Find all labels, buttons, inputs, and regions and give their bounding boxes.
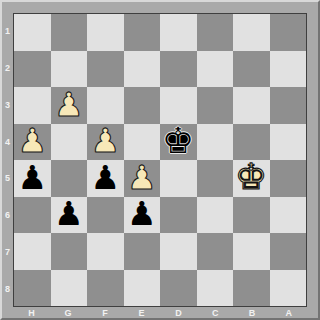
square-h3[interactable] <box>14 87 51 124</box>
board-frame: 12345678 ♟♟♟♚♟♟♟♚♟♟ HGFEDCBA <box>0 0 320 320</box>
rank-labels: 12345678 <box>2 13 13 307</box>
square-b3[interactable] <box>233 87 270 124</box>
square-f4[interactable]: ♟ <box>87 124 124 161</box>
rank-label-4: 4 <box>2 123 13 160</box>
square-d3[interactable] <box>160 87 197 124</box>
black-king[interactable]: ♚ <box>162 124 194 159</box>
square-a5[interactable] <box>270 160 307 197</box>
rank-label-7: 7 <box>2 234 13 271</box>
white-pawn[interactable]: ♟ <box>127 161 157 194</box>
file-label-e: E <box>123 307 160 318</box>
rank-label-1: 1 <box>2 13 13 50</box>
square-a1[interactable] <box>270 14 307 51</box>
square-b7[interactable] <box>233 233 270 270</box>
square-h5[interactable]: ♟ <box>14 160 51 197</box>
square-g7[interactable] <box>51 233 88 270</box>
black-pawn[interactable]: ♟ <box>54 197 84 230</box>
square-g3[interactable]: ♟ <box>51 87 88 124</box>
square-b1[interactable] <box>233 14 270 51</box>
square-h7[interactable] <box>14 233 51 270</box>
square-c6[interactable] <box>197 197 234 234</box>
square-e1[interactable] <box>124 14 161 51</box>
rank-label-6: 6 <box>2 197 13 234</box>
square-d8[interactable] <box>160 270 197 307</box>
square-b5[interactable]: ♚ <box>233 160 270 197</box>
square-e2[interactable] <box>124 51 161 88</box>
file-label-a: A <box>270 307 307 318</box>
square-e8[interactable] <box>124 270 161 307</box>
square-b2[interactable] <box>233 51 270 88</box>
square-g2[interactable] <box>51 51 88 88</box>
square-d1[interactable] <box>160 14 197 51</box>
file-label-h: H <box>13 307 50 318</box>
square-a4[interactable] <box>270 124 307 161</box>
square-e5[interactable]: ♟ <box>124 160 161 197</box>
rank-label-3: 3 <box>2 87 13 124</box>
square-d4[interactable]: ♚ <box>160 124 197 161</box>
square-g5[interactable] <box>51 160 88 197</box>
square-c1[interactable] <box>197 14 234 51</box>
square-h4[interactable]: ♟ <box>14 124 51 161</box>
rank-label-8: 8 <box>2 270 13 307</box>
square-c8[interactable] <box>197 270 234 307</box>
square-h8[interactable] <box>14 270 51 307</box>
square-f7[interactable] <box>87 233 124 270</box>
square-f5[interactable]: ♟ <box>87 160 124 197</box>
square-a8[interactable] <box>270 270 307 307</box>
square-c5[interactable] <box>197 160 234 197</box>
square-a6[interactable] <box>270 197 307 234</box>
square-f2[interactable] <box>87 51 124 88</box>
rank-label-5: 5 <box>2 160 13 197</box>
black-pawn[interactable]: ♟ <box>90 161 120 194</box>
white-king[interactable]: ♚ <box>235 160 267 195</box>
square-f8[interactable] <box>87 270 124 307</box>
black-pawn[interactable]: ♟ <box>127 197 157 230</box>
square-d2[interactable] <box>160 51 197 88</box>
square-a7[interactable] <box>270 233 307 270</box>
black-pawn[interactable]: ♟ <box>17 161 47 194</box>
square-d5[interactable] <box>160 160 197 197</box>
rank-label-2: 2 <box>2 50 13 87</box>
white-pawn[interactable]: ♟ <box>54 88 84 121</box>
square-e6[interactable]: ♟ <box>124 197 161 234</box>
square-h1[interactable] <box>14 14 51 51</box>
file-label-f: F <box>87 307 124 318</box>
square-h6[interactable] <box>14 197 51 234</box>
square-d7[interactable] <box>160 233 197 270</box>
square-g6[interactable]: ♟ <box>51 197 88 234</box>
square-c7[interactable] <box>197 233 234 270</box>
square-e3[interactable] <box>124 87 161 124</box>
file-label-b: B <box>234 307 271 318</box>
square-f3[interactable] <box>87 87 124 124</box>
square-g8[interactable] <box>51 270 88 307</box>
square-g1[interactable] <box>51 14 88 51</box>
square-b4[interactable] <box>233 124 270 161</box>
white-pawn[interactable]: ♟ <box>90 124 120 157</box>
square-b6[interactable] <box>233 197 270 234</box>
file-label-d: D <box>160 307 197 318</box>
square-g4[interactable] <box>51 124 88 161</box>
file-label-g: G <box>50 307 87 318</box>
square-b8[interactable] <box>233 270 270 307</box>
file-label-c: C <box>197 307 234 318</box>
square-a3[interactable] <box>270 87 307 124</box>
square-e7[interactable] <box>124 233 161 270</box>
square-a2[interactable] <box>270 51 307 88</box>
white-pawn[interactable]: ♟ <box>17 124 47 157</box>
square-c2[interactable] <box>197 51 234 88</box>
square-e4[interactable] <box>124 124 161 161</box>
chess-board: ♟♟♟♚♟♟♟♚♟♟ <box>13 13 307 307</box>
square-f1[interactable] <box>87 14 124 51</box>
file-labels: HGFEDCBA <box>13 307 307 318</box>
square-d6[interactable] <box>160 197 197 234</box>
square-c4[interactable] <box>197 124 234 161</box>
square-h2[interactable] <box>14 51 51 88</box>
square-c3[interactable] <box>197 87 234 124</box>
square-f6[interactable] <box>87 197 124 234</box>
